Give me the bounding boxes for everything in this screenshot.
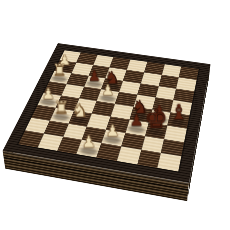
chess-box: ♟♜♟♞♟♟♞♟♝♜♞♟♚♟♟ (3, 43, 211, 183)
piece-white-knight-c3[interactable]: ♞ (71, 101, 88, 120)
piece-layer: ♟♜♟♞♟♟♞♟♝♜♞♟♚♟♟ (18, 50, 199, 171)
piece-black-king-g3[interactable]: ♚ (144, 105, 168, 131)
piece-white-pawn-e2[interactable]: ♟ (106, 123, 120, 139)
piece-black-pawn-f3[interactable]: ♟ (130, 113, 144, 129)
piece-white-pawn-d1[interactable]: ♟ (81, 134, 96, 150)
piece-white-rook-b3[interactable]: ♜ (53, 99, 69, 116)
piece-white-rook-a6[interactable]: ♜ (52, 62, 67, 78)
piece-white-pawn-d5[interactable]: ♟ (101, 83, 114, 98)
product-photo-stage: ♟♜♟♞♟♟♞♟♝♜♞♟♚♟♟ (0, 0, 230, 230)
scene: ♟♜♟♞♟♟♞♟♝♜♞♟♚♟♟ (0, 0, 230, 230)
piece-black-pawn-c6[interactable]: ♟ (88, 69, 101, 83)
piece-black-bishop-h4[interactable]: ♝ (169, 101, 188, 122)
